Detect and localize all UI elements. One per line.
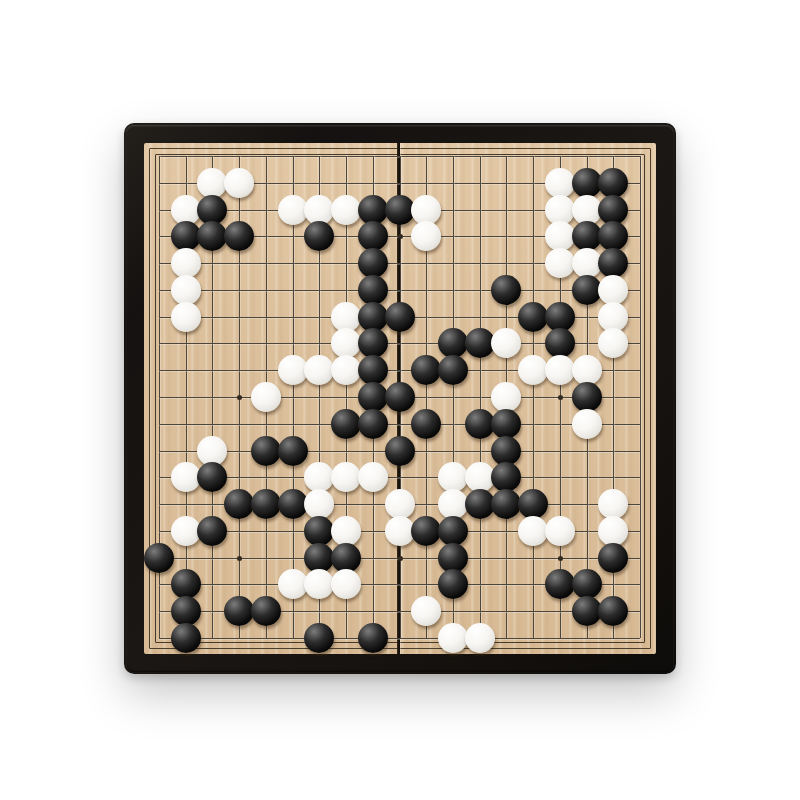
white-stone[interactable] [385, 516, 415, 546]
black-stone[interactable] [465, 328, 495, 358]
black-stone[interactable] [572, 596, 602, 626]
white-stone[interactable] [304, 569, 334, 599]
black-stone[interactable] [491, 489, 521, 519]
white-stone[interactable] [545, 195, 575, 225]
black-stone[interactable] [465, 489, 495, 519]
star-point [398, 234, 403, 239]
black-stone[interactable] [171, 569, 201, 599]
white-stone[interactable] [545, 221, 575, 251]
black-stone[interactable] [224, 596, 254, 626]
black-stone[interactable] [385, 436, 415, 466]
white-stone[interactable] [331, 569, 361, 599]
white-stone[interactable] [304, 195, 334, 225]
black-stone[interactable] [358, 195, 388, 225]
star-point [558, 556, 563, 561]
black-stone[interactable] [518, 489, 548, 519]
white-stone[interactable] [465, 623, 495, 653]
black-stone[interactable] [438, 328, 468, 358]
black-stone[interactable] [572, 168, 602, 198]
white-stone[interactable] [598, 489, 628, 519]
white-stone[interactable] [518, 355, 548, 385]
black-stone[interactable] [171, 623, 201, 653]
black-stone[interactable] [171, 596, 201, 626]
white-stone[interactable] [171, 516, 201, 546]
black-stone[interactable] [224, 221, 254, 251]
white-stone[interactable] [171, 248, 201, 278]
white-stone[interactable] [304, 355, 334, 385]
black-stone[interactable] [438, 569, 468, 599]
black-stone[interactable] [598, 248, 628, 278]
black-stone[interactable] [598, 221, 628, 251]
white-stone[interactable] [224, 168, 254, 198]
white-stone[interactable] [197, 436, 227, 466]
black-stone[interactable] [465, 409, 495, 439]
white-stone[interactable] [465, 462, 495, 492]
white-stone[interactable] [598, 275, 628, 305]
black-stone[interactable] [278, 436, 308, 466]
black-stone[interactable] [197, 516, 227, 546]
black-stone[interactable] [358, 355, 388, 385]
wood-surface [144, 143, 656, 654]
black-stone[interactable] [572, 569, 602, 599]
black-stone[interactable] [358, 248, 388, 278]
black-stone[interactable] [598, 543, 628, 573]
white-stone[interactable] [331, 328, 361, 358]
white-stone[interactable] [278, 195, 308, 225]
white-stone[interactable] [438, 462, 468, 492]
black-stone[interactable] [197, 462, 227, 492]
white-stone[interactable] [411, 221, 441, 251]
black-stone[interactable] [411, 355, 441, 385]
black-stone[interactable] [598, 195, 628, 225]
white-stone[interactable] [251, 382, 281, 412]
black-stone[interactable] [358, 328, 388, 358]
go-grid[interactable] [159, 156, 640, 638]
white-stone[interactable] [331, 302, 361, 332]
white-stone[interactable] [278, 355, 308, 385]
black-stone[interactable] [304, 221, 334, 251]
black-stone[interactable] [251, 489, 281, 519]
black-stone[interactable] [197, 195, 227, 225]
black-stone[interactable] [545, 569, 575, 599]
black-stone[interactable] [385, 195, 415, 225]
black-stone[interactable] [144, 543, 174, 573]
black-stone[interactable] [598, 596, 628, 626]
white-stone[interactable] [491, 328, 521, 358]
black-stone[interactable] [491, 436, 521, 466]
black-stone[interactable] [304, 543, 334, 573]
white-stone[interactable] [438, 623, 468, 653]
black-stone[interactable] [491, 409, 521, 439]
white-stone[interactable] [358, 462, 388, 492]
go-board [124, 123, 676, 674]
black-stone[interactable] [358, 275, 388, 305]
black-stone[interactable] [358, 302, 388, 332]
white-stone[interactable] [572, 248, 602, 278]
white-stone[interactable] [491, 382, 521, 412]
white-stone[interactable] [331, 355, 361, 385]
black-stone[interactable] [171, 221, 201, 251]
black-stone[interactable] [304, 516, 334, 546]
white-stone[interactable] [518, 516, 548, 546]
white-stone[interactable] [572, 195, 602, 225]
black-stone[interactable] [598, 168, 628, 198]
white-stone[interactable] [545, 516, 575, 546]
white-stone[interactable] [545, 355, 575, 385]
white-stone[interactable] [171, 462, 201, 492]
white-stone[interactable] [304, 462, 334, 492]
black-stone[interactable] [545, 302, 575, 332]
white-stone[interactable] [572, 409, 602, 439]
black-stone[interactable] [491, 275, 521, 305]
white-stone[interactable] [411, 596, 441, 626]
black-stone[interactable] [438, 543, 468, 573]
star-point [558, 395, 563, 400]
black-stone[interactable] [411, 409, 441, 439]
white-stone[interactable] [171, 275, 201, 305]
white-stone[interactable] [598, 516, 628, 546]
black-stone[interactable] [331, 543, 361, 573]
white-stone[interactable] [598, 328, 628, 358]
grid-line-horizontal [159, 477, 640, 478]
white-stone[interactable] [171, 302, 201, 332]
black-stone[interactable] [411, 516, 441, 546]
white-stone[interactable] [331, 516, 361, 546]
white-stone[interactable] [572, 355, 602, 385]
black-stone[interactable] [251, 596, 281, 626]
black-stone[interactable] [572, 221, 602, 251]
black-stone[interactable] [491, 462, 521, 492]
white-stone[interactable] [304, 489, 334, 519]
grid-line-vertical [480, 156, 481, 638]
grid-line-vertical [533, 156, 534, 638]
white-stone[interactable] [385, 489, 415, 519]
grid-line-horizontal [159, 638, 640, 639]
black-stone[interactable] [358, 221, 388, 251]
black-stone[interactable] [518, 302, 548, 332]
black-stone[interactable] [358, 409, 388, 439]
white-stone[interactable] [598, 302, 628, 332]
white-stone[interactable] [197, 168, 227, 198]
black-stone[interactable] [224, 489, 254, 519]
white-stone[interactable] [545, 248, 575, 278]
black-stone[interactable] [438, 516, 468, 546]
white-stone[interactable] [171, 195, 201, 225]
white-stone[interactable] [545, 168, 575, 198]
white-stone[interactable] [411, 195, 441, 225]
grid-line-horizontal [159, 424, 640, 425]
black-stone[interactable] [331, 409, 361, 439]
black-stone[interactable] [545, 328, 575, 358]
black-stone[interactable] [572, 382, 602, 412]
star-point [398, 556, 403, 561]
white-stone[interactable] [331, 195, 361, 225]
black-stone[interactable] [572, 275, 602, 305]
white-stone[interactable] [278, 569, 308, 599]
white-stone[interactable] [331, 462, 361, 492]
black-stone[interactable] [438, 355, 468, 385]
black-stone[interactable] [251, 436, 281, 466]
black-stone[interactable] [278, 489, 308, 519]
white-stone[interactable] [438, 489, 468, 519]
black-stone[interactable] [358, 382, 388, 412]
black-stone[interactable] [385, 302, 415, 332]
star-point [237, 395, 242, 400]
star-point [237, 556, 242, 561]
black-stone[interactable] [197, 221, 227, 251]
grid-line-vertical [640, 156, 641, 638]
black-stone[interactable] [358, 623, 388, 653]
black-stone[interactable] [385, 382, 415, 412]
